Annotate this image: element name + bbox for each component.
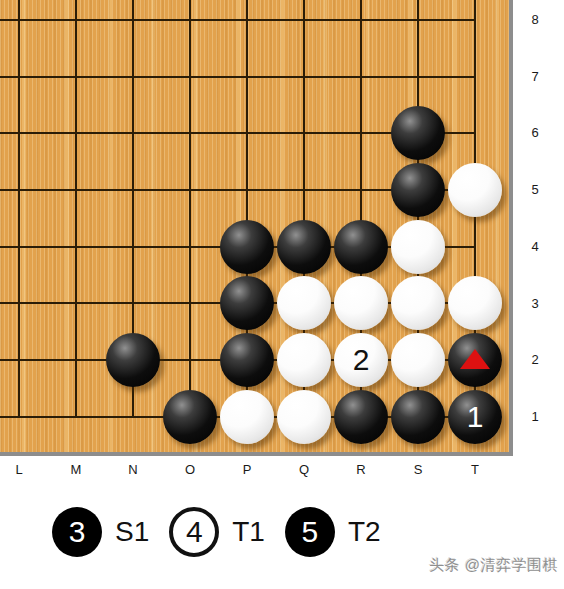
intersection-M8 bbox=[48, 0, 105, 48]
intersection-P1 bbox=[219, 388, 276, 445]
black-stone-S6 bbox=[391, 106, 445, 160]
intersection-N3 bbox=[105, 275, 162, 332]
intersection-Q1 bbox=[276, 388, 333, 445]
col-label-L: L bbox=[0, 462, 39, 478]
black-stone-P4 bbox=[220, 220, 274, 274]
col-label-N: N bbox=[113, 462, 153, 478]
black-stone-S1 bbox=[391, 390, 445, 444]
intersection-M2 bbox=[48, 332, 105, 389]
col-label-Q: Q bbox=[284, 462, 324, 478]
intersection-P7 bbox=[219, 48, 276, 105]
black-stone-P2 bbox=[220, 333, 274, 387]
intersection-T2 bbox=[447, 332, 504, 389]
caption-point-label-2: T2 bbox=[348, 516, 381, 548]
intersection-N4 bbox=[105, 218, 162, 275]
intersection-O2 bbox=[162, 332, 219, 389]
caption-white-stone-4: 4 bbox=[169, 507, 219, 557]
intersection-O8 bbox=[162, 0, 219, 48]
black-stone-S5 bbox=[391, 163, 445, 217]
intersection-L7 bbox=[0, 48, 48, 105]
intersection-P2 bbox=[219, 332, 276, 389]
row-label-5: 5 bbox=[521, 182, 549, 198]
move-number-T1: 1 bbox=[467, 402, 484, 432]
intersection-T8 bbox=[447, 0, 504, 48]
intersection-S7 bbox=[390, 48, 447, 105]
intersection-L1 bbox=[0, 388, 48, 445]
intersection-N5 bbox=[105, 162, 162, 219]
intersection-L6 bbox=[0, 105, 48, 162]
row-label-6: 6 bbox=[521, 125, 549, 141]
intersection-R7 bbox=[333, 48, 390, 105]
intersection-S2 bbox=[390, 332, 447, 389]
intersection-T6 bbox=[447, 105, 504, 162]
intersection-L5 bbox=[0, 162, 48, 219]
intersection-N6 bbox=[105, 105, 162, 162]
intersection-T7 bbox=[447, 48, 504, 105]
intersection-R1 bbox=[333, 388, 390, 445]
white-stone-Q2 bbox=[277, 333, 331, 387]
intersection-P4 bbox=[219, 218, 276, 275]
move-number-R2: 2 bbox=[353, 345, 370, 375]
row-label-3: 3 bbox=[521, 296, 549, 312]
white-stone-Q3 bbox=[277, 276, 331, 330]
intersection-P8 bbox=[219, 0, 276, 48]
white-stone-P1 bbox=[220, 390, 274, 444]
white-stone-S3 bbox=[391, 276, 445, 330]
intersection-Q7 bbox=[276, 48, 333, 105]
intersection-R4 bbox=[333, 218, 390, 275]
intersection-S4 bbox=[390, 218, 447, 275]
intersection-O1 bbox=[162, 388, 219, 445]
intersection-S3 bbox=[390, 275, 447, 332]
intersection-M7 bbox=[48, 48, 105, 105]
intersection-Q3 bbox=[276, 275, 333, 332]
white-stone-S2 bbox=[391, 333, 445, 387]
intersection-M4 bbox=[48, 218, 105, 275]
caption-legend: 3S14T15T2 bbox=[52, 506, 401, 558]
col-label-R: R bbox=[341, 462, 381, 478]
go-board: 21 bbox=[0, 0, 513, 456]
intersection-Q8 bbox=[276, 0, 333, 48]
intersection-T3 bbox=[447, 275, 504, 332]
intersection-O6 bbox=[162, 105, 219, 162]
caption-point-label-0: S1 bbox=[115, 516, 149, 548]
white-stone-S4 bbox=[391, 220, 445, 274]
white-stone-R2: 2 bbox=[334, 333, 388, 387]
row-label-8: 8 bbox=[521, 12, 549, 28]
caption-black-stone-3: 3 bbox=[52, 507, 102, 557]
intersection-R5 bbox=[333, 162, 390, 219]
intersection-Q4 bbox=[276, 218, 333, 275]
black-stone-R4 bbox=[334, 220, 388, 274]
intersection-P6 bbox=[219, 105, 276, 162]
row-label-7: 7 bbox=[521, 69, 549, 85]
intersection-R6 bbox=[333, 105, 390, 162]
row-label-1: 1 bbox=[521, 409, 549, 425]
black-stone-T1: 1 bbox=[448, 390, 502, 444]
intersection-Q2 bbox=[276, 332, 333, 389]
intersection-R3 bbox=[333, 275, 390, 332]
intersection-T1: 1 bbox=[447, 388, 504, 445]
intersection-Q5 bbox=[276, 162, 333, 219]
intersection-N1 bbox=[105, 388, 162, 445]
intersection-P5 bbox=[219, 162, 276, 219]
white-stone-T5 bbox=[448, 163, 502, 217]
intersection-S8 bbox=[390, 0, 447, 48]
intersection-S5 bbox=[390, 162, 447, 219]
intersection-R8 bbox=[333, 0, 390, 48]
caption-point-label-1: T1 bbox=[232, 516, 265, 548]
intersection-L3 bbox=[0, 275, 48, 332]
intersection-S1 bbox=[390, 388, 447, 445]
intersection-T4 bbox=[447, 218, 504, 275]
watermark-text: 头条 @清弈学围棋 bbox=[429, 556, 558, 575]
intersection-N2 bbox=[105, 332, 162, 389]
row-label-4: 4 bbox=[521, 239, 549, 255]
intersection-T5 bbox=[447, 162, 504, 219]
go-diagram-page: 21 LMNOPQRST 87654321 3S14T15T2 头条 @清弈学围… bbox=[0, 0, 564, 589]
intersection-Q6 bbox=[276, 105, 333, 162]
white-stone-R3 bbox=[334, 276, 388, 330]
black-stone-R1 bbox=[334, 390, 388, 444]
intersection-M3 bbox=[48, 275, 105, 332]
intersection-N8 bbox=[105, 0, 162, 48]
intersection-L4 bbox=[0, 218, 48, 275]
intersection-S6 bbox=[390, 105, 447, 162]
col-label-M: M bbox=[56, 462, 96, 478]
black-stone-Q4 bbox=[277, 220, 331, 274]
triangle-mark-icon bbox=[460, 349, 490, 369]
row-label-2: 2 bbox=[521, 352, 549, 368]
intersection-P3 bbox=[219, 275, 276, 332]
col-label-T: T bbox=[455, 462, 495, 478]
black-stone-N2 bbox=[106, 333, 160, 387]
intersection-O5 bbox=[162, 162, 219, 219]
white-stone-Q1 bbox=[277, 390, 331, 444]
intersection-M5 bbox=[48, 162, 105, 219]
intersection-M1 bbox=[48, 388, 105, 445]
caption-black-stone-5: 5 bbox=[285, 507, 335, 557]
col-label-P: P bbox=[227, 462, 267, 478]
intersection-L2 bbox=[0, 332, 48, 389]
intersection-L8 bbox=[0, 0, 48, 48]
intersection-O3 bbox=[162, 275, 219, 332]
black-stone-O1 bbox=[163, 390, 217, 444]
col-label-O: O bbox=[170, 462, 210, 478]
intersection-O4 bbox=[162, 218, 219, 275]
intersection-O7 bbox=[162, 48, 219, 105]
black-stone-T2 bbox=[448, 333, 502, 387]
intersection-R2: 2 bbox=[333, 332, 390, 389]
intersection-M6 bbox=[48, 105, 105, 162]
intersection-N7 bbox=[105, 48, 162, 105]
col-label-S: S bbox=[398, 462, 438, 478]
white-stone-T3 bbox=[448, 276, 502, 330]
board-grid: 21 bbox=[0, 0, 504, 445]
black-stone-P3 bbox=[220, 276, 274, 330]
